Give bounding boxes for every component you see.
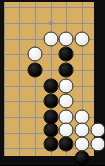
white-stone — [43, 31, 58, 46]
white-stone — [74, 122, 89, 137]
black-stone — [59, 62, 74, 77]
white-stone — [27, 47, 42, 62]
black-stone — [74, 151, 89, 166]
black-stone — [43, 136, 58, 151]
star-point-marker — [49, 21, 53, 25]
grid-horizontal-line — [4, 70, 94, 71]
white-stone — [74, 136, 89, 151]
black-stone — [43, 122, 58, 137]
black-stone — [27, 62, 42, 77]
white-stone — [74, 31, 89, 46]
white-stone — [90, 136, 105, 151]
grid-horizontal-line — [4, 7, 94, 8]
white-stone — [59, 78, 74, 93]
black-stone — [43, 94, 58, 109]
white-stone — [59, 94, 74, 109]
board-edge-top — [0, 0, 105, 2]
black-stone — [59, 47, 74, 62]
grid-horizontal-line — [4, 54, 94, 55]
board-edge-left — [0, 0, 4, 165]
black-stone — [59, 136, 74, 151]
go-board[interactable] — [0, 0, 105, 165]
black-stone — [43, 78, 58, 93]
white-stone — [59, 122, 74, 137]
white-stone — [59, 31, 74, 46]
white-stone — [90, 122, 105, 137]
